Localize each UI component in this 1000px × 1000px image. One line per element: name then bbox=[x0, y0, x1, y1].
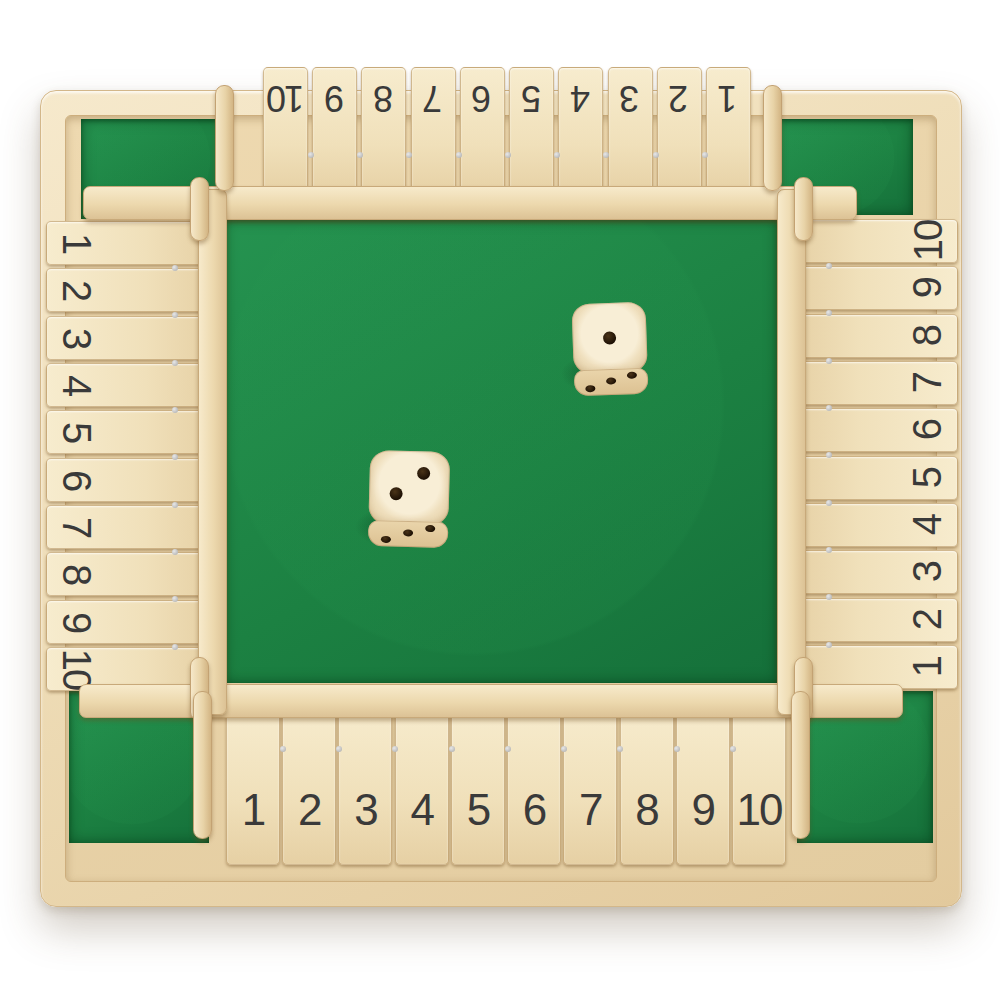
tile-bottom-9[interactable]: 9 bbox=[676, 703, 730, 865]
tile-number: 8 bbox=[907, 326, 947, 346]
tile-number: 8 bbox=[57, 564, 97, 584]
tile-right-1[interactable]: 1 bbox=[791, 645, 958, 689]
tile-top-10[interactable]: 10 bbox=[263, 67, 308, 197]
tile-number: 8 bbox=[635, 788, 657, 832]
tile-number: 8 bbox=[375, 80, 393, 116]
tile-bottom-8[interactable]: 8 bbox=[620, 703, 674, 865]
tile-bottom-3[interactable]: 3 bbox=[338, 703, 392, 865]
tile-number: 2 bbox=[670, 80, 688, 116]
tile-bottom-4[interactable]: 4 bbox=[395, 703, 449, 865]
tile-number: 6 bbox=[907, 420, 947, 440]
tile-number: 3 bbox=[57, 328, 97, 348]
center-wall-right-rail bbox=[777, 189, 806, 715]
tile-top-1[interactable]: 1 bbox=[706, 67, 751, 197]
tile-number: 4 bbox=[907, 515, 947, 535]
tile-left-3[interactable]: 3 bbox=[46, 316, 213, 360]
die-pip bbox=[417, 467, 430, 480]
tile-number: 5 bbox=[57, 422, 97, 442]
tile-number: 1 bbox=[719, 80, 737, 116]
tile-number: 5 bbox=[523, 80, 541, 116]
tile-number: 9 bbox=[57, 612, 97, 632]
rack-post-south-right bbox=[791, 691, 810, 839]
tile-top-4[interactable]: 4 bbox=[558, 67, 603, 197]
tile-number: 6 bbox=[523, 788, 545, 832]
tile-right-2[interactable]: 2 bbox=[791, 598, 958, 642]
tile-number: 10 bbox=[736, 788, 781, 832]
tile-top-7[interactable]: 7 bbox=[411, 67, 456, 197]
tile-number: 1 bbox=[57, 233, 97, 253]
tile-number: 3 bbox=[621, 80, 639, 116]
product-photo-stage: 10987654321 12345678910 10987654321 1234… bbox=[0, 0, 1000, 1000]
tile-top-2[interactable]: 2 bbox=[657, 67, 702, 197]
tile-number: 9 bbox=[692, 788, 714, 832]
tile-number: 10 bbox=[907, 221, 947, 262]
shut-the-box-board: 10987654321 12345678910 10987654321 1234… bbox=[40, 90, 962, 907]
tile-number: 5 bbox=[907, 468, 947, 488]
tile-left-4[interactable]: 4 bbox=[46, 363, 213, 407]
tile-right-4[interactable]: 4 bbox=[791, 503, 958, 547]
tile-number: 7 bbox=[424, 80, 442, 116]
die-pip bbox=[603, 331, 616, 344]
die-1-front-face bbox=[574, 368, 649, 397]
tile-number: 4 bbox=[572, 80, 590, 116]
rack-post-south-left bbox=[193, 691, 212, 839]
die-pip bbox=[403, 530, 413, 537]
tile-bottom-7[interactable]: 7 bbox=[563, 703, 617, 865]
center-wall-left-rail bbox=[198, 189, 227, 715]
tile-left-5[interactable]: 5 bbox=[46, 410, 213, 454]
tile-right-8[interactable]: 8 bbox=[791, 314, 958, 358]
tile-number: 6 bbox=[473, 80, 491, 116]
tile-bottom-1[interactable]: 1 bbox=[226, 703, 280, 865]
tile-top-6[interactable]: 6 bbox=[460, 67, 505, 197]
die-2-front-face bbox=[368, 520, 449, 548]
tile-number: 3 bbox=[354, 788, 376, 832]
die-pip bbox=[390, 487, 403, 500]
die-pip bbox=[380, 535, 390, 542]
tile-bottom-2[interactable]: 2 bbox=[282, 703, 336, 865]
die-1-top-face bbox=[571, 302, 647, 375]
tile-top-5[interactable]: 5 bbox=[509, 67, 554, 197]
die-pip bbox=[627, 371, 637, 378]
tile-left-7[interactable]: 7 bbox=[46, 505, 213, 549]
tile-number: 5 bbox=[467, 788, 489, 832]
tile-number: 9 bbox=[907, 278, 947, 298]
tile-right-10[interactable]: 10 bbox=[791, 219, 958, 263]
tile-rack-north: 10987654321 bbox=[263, 67, 751, 195]
tile-number: 9 bbox=[326, 80, 344, 116]
tile-bottom-10[interactable]: 10 bbox=[732, 703, 786, 865]
tile-left-2[interactable]: 2 bbox=[46, 268, 213, 312]
tile-right-3[interactable]: 3 bbox=[791, 550, 958, 594]
die-pip bbox=[586, 385, 596, 392]
tile-left-8[interactable]: 8 bbox=[46, 552, 213, 596]
tile-number: 2 bbox=[57, 280, 97, 300]
die-2-top-face bbox=[368, 450, 450, 526]
tile-top-3[interactable]: 3 bbox=[608, 67, 653, 197]
tile-rack-west: 12345678910 bbox=[46, 221, 211, 691]
tile-left-6[interactable]: 6 bbox=[46, 458, 213, 502]
wall-post-top-right bbox=[794, 177, 813, 241]
tile-number: 4 bbox=[57, 375, 97, 395]
tile-top-9[interactable]: 9 bbox=[312, 67, 357, 197]
tile-number: 1 bbox=[242, 788, 264, 832]
tile-bottom-5[interactable]: 5 bbox=[451, 703, 505, 865]
felt-center-rolling-area bbox=[224, 219, 778, 683]
tile-number: 1 bbox=[907, 657, 947, 677]
tile-number: 7 bbox=[579, 788, 601, 832]
die-1[interactable] bbox=[571, 302, 648, 397]
tile-number: 3 bbox=[907, 562, 947, 582]
tile-right-6[interactable]: 6 bbox=[791, 408, 958, 452]
tile-right-5[interactable]: 5 bbox=[791, 456, 958, 500]
die-2[interactable] bbox=[368, 450, 450, 548]
tile-top-8[interactable]: 8 bbox=[361, 67, 406, 197]
tile-rack-east: 10987654321 bbox=[791, 219, 956, 689]
rack-post-north-right bbox=[763, 85, 782, 191]
tile-number: 7 bbox=[57, 517, 97, 537]
tile-number: 6 bbox=[57, 470, 97, 490]
tile-bottom-6[interactable]: 6 bbox=[507, 703, 561, 865]
wall-post-top-left bbox=[190, 177, 209, 241]
tile-rack-south: 12345678910 bbox=[226, 703, 786, 863]
tile-right-9[interactable]: 9 bbox=[791, 266, 958, 310]
tile-number: 10 bbox=[267, 80, 303, 116]
tile-left-9[interactable]: 9 bbox=[46, 600, 213, 644]
tile-number: 4 bbox=[410, 788, 432, 832]
die-pip bbox=[606, 378, 616, 385]
tile-number: 2 bbox=[298, 788, 320, 832]
rack-post-north-left bbox=[215, 85, 234, 191]
tile-number: 7 bbox=[907, 373, 947, 393]
die-pip bbox=[426, 525, 436, 532]
tile-number: 2 bbox=[907, 610, 947, 630]
tile-right-7[interactable]: 7 bbox=[791, 361, 958, 405]
tile-left-1[interactable]: 1 bbox=[46, 221, 213, 265]
